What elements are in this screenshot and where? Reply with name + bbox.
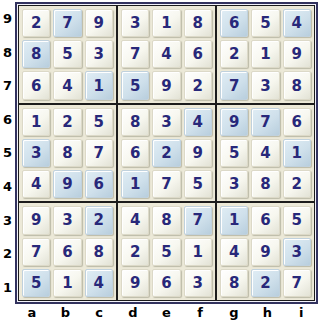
- col-label-a: a: [15, 304, 49, 320]
- board-frame: 2798536413187465926542197381253874968346…: [15, 2, 318, 304]
- cell-b3[interactable]: 3: [53, 206, 81, 234]
- cell-b2[interactable]: 6: [53, 238, 81, 266]
- col-label-f: f: [183, 304, 217, 320]
- box-5: 834629175: [117, 104, 216, 203]
- box-3: 654219738: [216, 5, 315, 104]
- cell-c5[interactable]: 7: [85, 139, 113, 167]
- row-label-3: 3: [0, 203, 15, 237]
- cell-h3[interactable]: 6: [251, 206, 279, 234]
- row-label-2: 2: [0, 237, 15, 271]
- cell-f7[interactable]: 2: [184, 71, 212, 99]
- cell-a8[interactable]: 8: [22, 40, 50, 68]
- cell-c1[interactable]: 4: [85, 269, 113, 297]
- cell-h7[interactable]: 3: [251, 71, 279, 99]
- cell-h8[interactable]: 1: [251, 40, 279, 68]
- row-label-6: 6: [0, 103, 15, 137]
- cell-g7[interactable]: 7: [220, 71, 248, 99]
- cell-e2[interactable]: 5: [152, 238, 180, 266]
- cell-d8[interactable]: 7: [121, 40, 149, 68]
- box-6: 976541382: [216, 104, 315, 203]
- row-label-7: 7: [0, 69, 15, 103]
- cell-a3[interactable]: 9: [22, 206, 50, 234]
- cell-g9[interactable]: 6: [220, 9, 248, 37]
- cell-d7[interactable]: 5: [121, 71, 149, 99]
- cell-e1[interactable]: 6: [152, 269, 180, 297]
- cell-d4[interactable]: 1: [121, 170, 149, 198]
- cell-c6[interactable]: 5: [85, 108, 113, 136]
- cell-a5[interactable]: 3: [22, 139, 50, 167]
- cell-i8[interactable]: 9: [283, 40, 311, 68]
- row-label-5: 5: [0, 136, 15, 170]
- col-label-e: e: [150, 304, 184, 320]
- cell-i5[interactable]: 1: [283, 139, 311, 167]
- col-label-c: c: [82, 304, 116, 320]
- cell-b1[interactable]: 1: [53, 269, 81, 297]
- sudoku-board: 2798536413187465926542197381253874968346…: [18, 5, 315, 301]
- box-8: 487251963: [117, 202, 216, 301]
- cell-a6[interactable]: 1: [22, 108, 50, 136]
- cell-e7[interactable]: 9: [152, 71, 180, 99]
- cell-b7[interactable]: 4: [53, 71, 81, 99]
- row-label-8: 8: [0, 36, 15, 70]
- cell-g4[interactable]: 3: [220, 170, 248, 198]
- cell-e3[interactable]: 8: [152, 206, 180, 234]
- cell-f9[interactable]: 8: [184, 9, 212, 37]
- cell-d5[interactable]: 6: [121, 139, 149, 167]
- cell-b4[interactable]: 9: [53, 170, 81, 198]
- cell-f1[interactable]: 3: [184, 269, 212, 297]
- cell-d6[interactable]: 8: [121, 108, 149, 136]
- col-label-b: b: [49, 304, 83, 320]
- cell-h4[interactable]: 8: [251, 170, 279, 198]
- box-2: 318746592: [117, 5, 216, 104]
- cell-f4[interactable]: 5: [184, 170, 212, 198]
- cell-g8[interactable]: 2: [220, 40, 248, 68]
- cell-g3[interactable]: 1: [220, 206, 248, 234]
- row-label-1: 1: [0, 270, 15, 304]
- cell-g6[interactable]: 9: [220, 108, 248, 136]
- cell-f6[interactable]: 4: [184, 108, 212, 136]
- cell-f8[interactable]: 6: [184, 40, 212, 68]
- col-label-i: i: [284, 304, 318, 320]
- cell-i1[interactable]: 7: [283, 269, 311, 297]
- cell-h5[interactable]: 4: [251, 139, 279, 167]
- cell-c9[interactable]: 9: [85, 9, 113, 37]
- col-label-d: d: [116, 304, 150, 320]
- cell-d1[interactable]: 9: [121, 269, 149, 297]
- cell-h6[interactable]: 7: [251, 108, 279, 136]
- cell-h9[interactable]: 5: [251, 9, 279, 37]
- cell-a2[interactable]: 7: [22, 238, 50, 266]
- cell-b5[interactable]: 8: [53, 139, 81, 167]
- box-1: 279853641: [18, 5, 117, 104]
- row-labels: 987654321: [0, 2, 15, 304]
- cell-d3[interactable]: 4: [121, 206, 149, 234]
- box-9: 165493827: [216, 202, 315, 301]
- cell-c2[interactable]: 8: [85, 238, 113, 266]
- cell-a1[interactable]: 5: [22, 269, 50, 297]
- cell-d2[interactable]: 2: [121, 238, 149, 266]
- cell-f5[interactable]: 9: [184, 139, 212, 167]
- cell-d9[interactable]: 3: [121, 9, 149, 37]
- row-label-4: 4: [0, 170, 15, 204]
- cell-i3[interactable]: 5: [283, 206, 311, 234]
- cell-c8[interactable]: 3: [85, 40, 113, 68]
- cell-e6[interactable]: 3: [152, 108, 180, 136]
- cell-i6[interactable]: 6: [283, 108, 311, 136]
- cell-b8[interactable]: 5: [53, 40, 81, 68]
- cell-e9[interactable]: 1: [152, 9, 180, 37]
- cell-h1[interactable]: 2: [251, 269, 279, 297]
- cell-a4[interactable]: 4: [22, 170, 50, 198]
- col-labels: abcdefghi: [15, 304, 318, 320]
- cell-e8[interactable]: 4: [152, 40, 180, 68]
- cell-e4[interactable]: 7: [152, 170, 180, 198]
- cell-a9[interactable]: 2: [22, 9, 50, 37]
- cell-i7[interactable]: 8: [283, 71, 311, 99]
- box-4: 125387496: [18, 104, 117, 203]
- cell-f3[interactable]: 7: [184, 206, 212, 234]
- cell-g2[interactable]: 4: [220, 238, 248, 266]
- cell-b9[interactable]: 7: [53, 9, 81, 37]
- cell-c7[interactable]: 1: [85, 71, 113, 99]
- cell-g1[interactable]: 8: [220, 269, 248, 297]
- cell-h2[interactable]: 9: [251, 238, 279, 266]
- col-label-h: h: [251, 304, 285, 320]
- cell-g5[interactable]: 5: [220, 139, 248, 167]
- cell-c4[interactable]: 6: [85, 170, 113, 198]
- cell-c3[interactable]: 2: [85, 206, 113, 234]
- row-label-9: 9: [0, 2, 15, 36]
- cell-i4[interactable]: 2: [283, 170, 311, 198]
- cell-a7[interactable]: 6: [22, 71, 50, 99]
- cell-e5[interactable]: 2: [152, 139, 180, 167]
- col-label-g: g: [217, 304, 251, 320]
- cell-b6[interactable]: 2: [53, 108, 81, 136]
- cell-i2[interactable]: 3: [283, 238, 311, 266]
- cell-i9[interactable]: 4: [283, 9, 311, 37]
- box-7: 932768514: [18, 202, 117, 301]
- cell-f2[interactable]: 1: [184, 238, 212, 266]
